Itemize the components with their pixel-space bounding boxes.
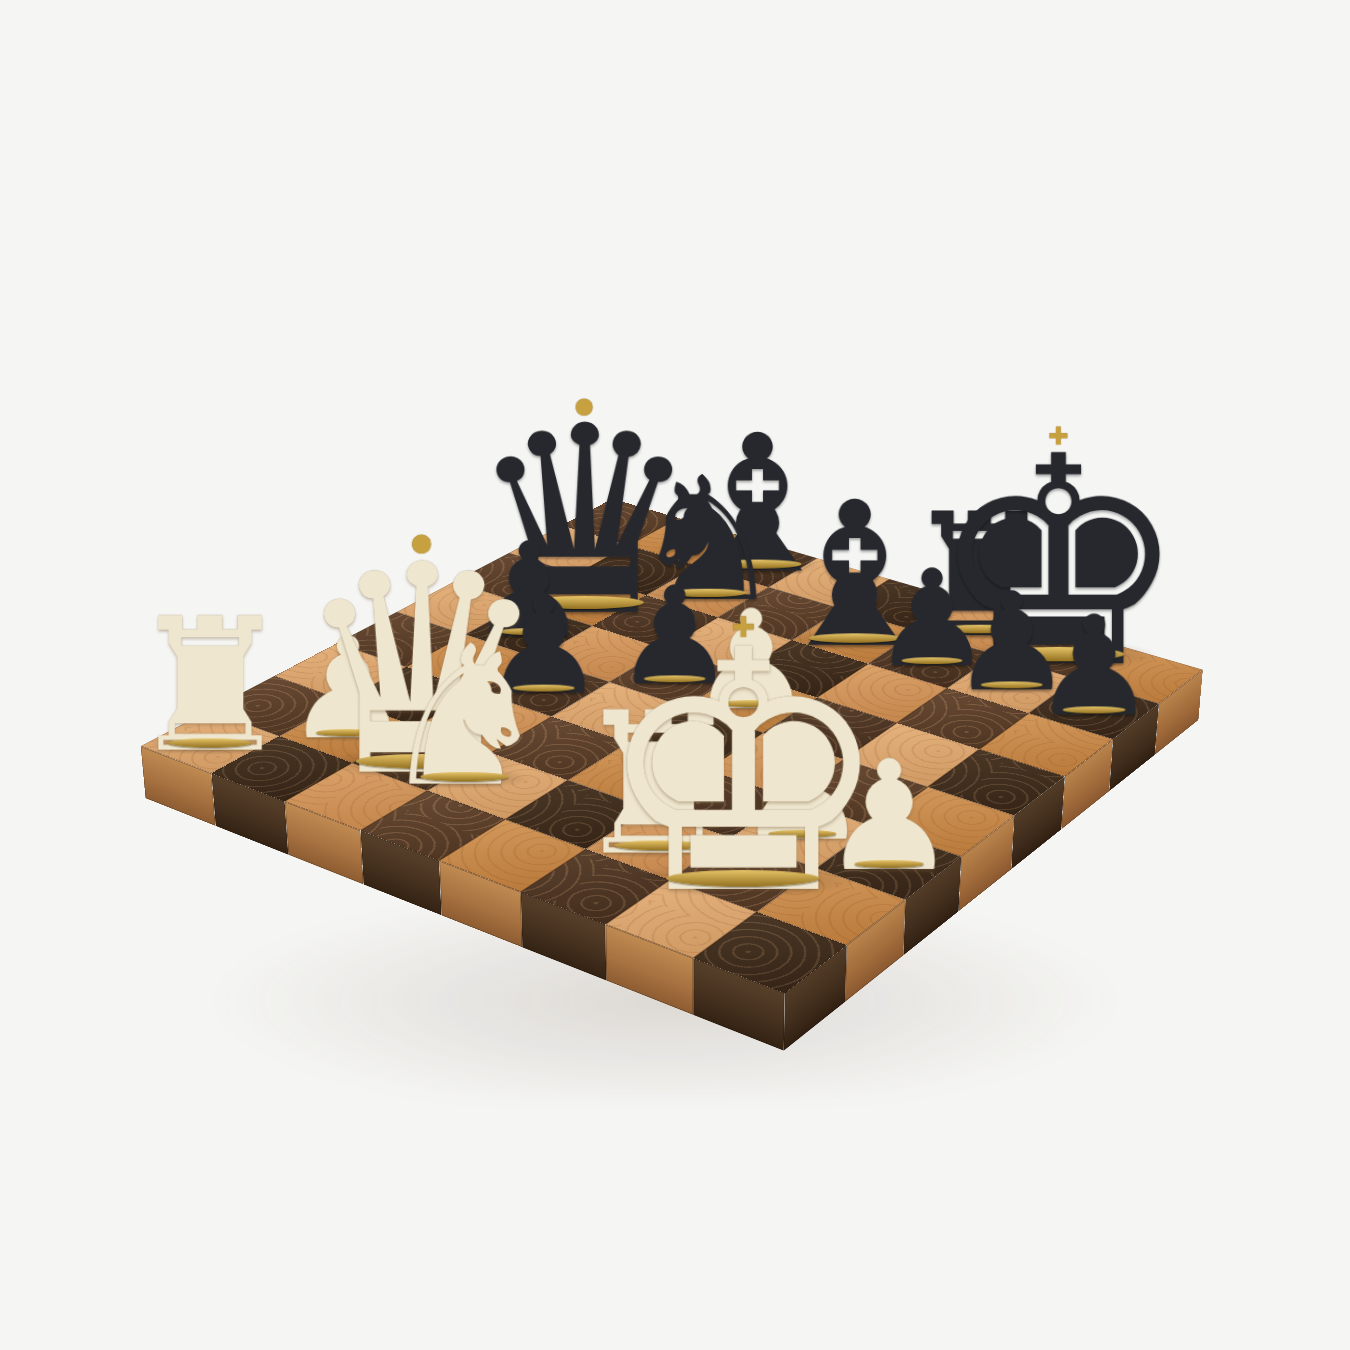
brass-finial-icon: ✚	[1048, 424, 1069, 449]
chess-board-scene: ♝♜♚✚♞♝♟♟♟♛●♟♟♟♟♞♟♟♟♛●♜♚✚♜	[0, 0, 1350, 1350]
brass-finial-icon: ●	[411, 531, 432, 556]
brass-finial-icon: ✚	[731, 613, 755, 641]
brass-finial-icon: ●	[575, 395, 594, 417]
piece-black-pawn-a7[interactable]: ♟	[1032, 598, 1156, 736]
